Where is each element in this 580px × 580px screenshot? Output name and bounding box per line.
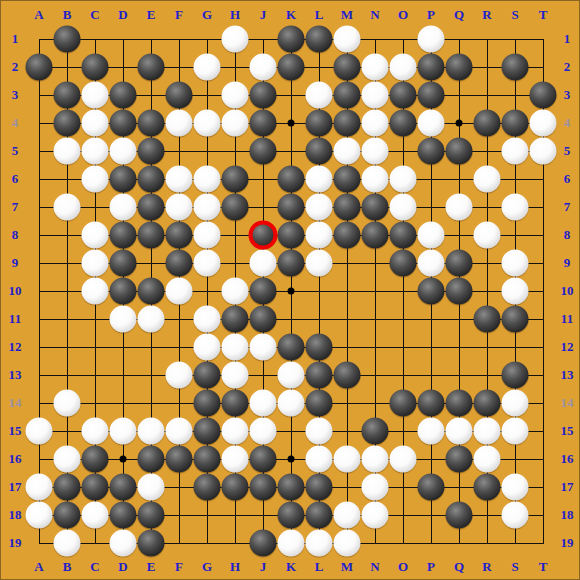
white-stone-G2[interactable] [194, 54, 221, 81]
white-stone-E11[interactable] [138, 306, 165, 333]
col-label-bottom-N: N [370, 559, 379, 575]
white-stone-Q7[interactable] [446, 194, 473, 221]
white-stone-F10[interactable] [166, 278, 193, 305]
black-stone-K18[interactable] [278, 502, 305, 529]
row-label-left-16: 16 [9, 451, 22, 467]
black-stone-C16[interactable] [82, 446, 109, 473]
black-stone-L14[interactable] [306, 390, 333, 417]
white-stone-E15[interactable] [138, 418, 165, 445]
row-label-right-2: 2 [564, 59, 571, 75]
white-stone-G11[interactable] [194, 306, 221, 333]
col-label-top-L: L [315, 7, 324, 23]
row-label-left-7: 7 [12, 199, 19, 215]
col-label-bottom-K: K [286, 559, 296, 575]
star-point-Q4 [456, 120, 463, 127]
col-label-bottom-F: F [175, 559, 183, 575]
white-stone-H3[interactable] [222, 82, 249, 109]
white-stone-H4[interactable] [222, 110, 249, 137]
white-stone-T5[interactable] [530, 138, 557, 165]
black-stone-J3[interactable] [250, 82, 277, 109]
white-stone-C18[interactable] [82, 502, 109, 529]
white-stone-M18[interactable] [334, 502, 361, 529]
white-stone-S15[interactable] [502, 418, 529, 445]
row-label-left-17: 17 [9, 479, 22, 495]
black-stone-M3[interactable] [334, 82, 361, 109]
black-stone-K8[interactable] [278, 222, 305, 249]
white-stone-K14[interactable] [278, 390, 305, 417]
black-stone-J10[interactable] [250, 278, 277, 305]
white-stone-S18[interactable] [502, 502, 529, 529]
col-label-bottom-P: P [427, 559, 435, 575]
black-stone-J16[interactable] [250, 446, 277, 473]
row-label-right-3: 3 [564, 87, 571, 103]
white-stone-D15[interactable] [110, 418, 137, 445]
row-label-left-11: 11 [9, 311, 21, 327]
row-label-left-3: 3 [12, 87, 19, 103]
col-label-top-E: E [147, 7, 156, 23]
black-stone-Q10[interactable] [446, 278, 473, 305]
col-label-top-N: N [370, 7, 379, 23]
black-stone-L1[interactable] [306, 26, 333, 53]
white-stone-N17[interactable] [362, 474, 389, 501]
white-stone-L3[interactable] [306, 82, 333, 109]
row-label-right-15: 15 [561, 423, 574, 439]
white-stone-S10[interactable] [502, 278, 529, 305]
white-stone-R15[interactable] [474, 418, 501, 445]
row-label-right-6: 6 [564, 171, 571, 187]
black-stone-E18[interactable] [138, 502, 165, 529]
row-label-right-12: 12 [561, 339, 574, 355]
white-stone-M1[interactable] [334, 26, 361, 53]
white-stone-N16[interactable] [362, 446, 389, 473]
row-label-right-18: 18 [561, 507, 574, 523]
black-stone-D4[interactable] [110, 110, 137, 137]
white-stone-F15[interactable] [166, 418, 193, 445]
col-label-top-J: J [260, 7, 267, 23]
go-board[interactable]: ABCDEFGHJKLMNOPQRST ABCDEFGHJKLMNOPQRST … [0, 0, 580, 580]
white-stone-R8[interactable] [474, 222, 501, 249]
black-stone-E4[interactable] [138, 110, 165, 137]
black-stone-F9[interactable] [166, 250, 193, 277]
black-stone-G17[interactable] [194, 474, 221, 501]
row-label-left-8: 8 [12, 227, 19, 243]
black-stone-F3[interactable] [166, 82, 193, 109]
row-label-left-13: 13 [9, 367, 22, 383]
black-stone-B18[interactable] [54, 502, 81, 529]
black-stone-D3[interactable] [110, 82, 137, 109]
black-stone-L5[interactable] [306, 138, 333, 165]
black-stone-J17[interactable] [250, 474, 277, 501]
row-label-right-7: 7 [564, 199, 571, 215]
white-stone-N2[interactable] [362, 54, 389, 81]
black-stone-D18[interactable] [110, 502, 137, 529]
black-stone-R14[interactable] [474, 390, 501, 417]
white-stone-L8[interactable] [306, 222, 333, 249]
black-stone-B1[interactable] [54, 26, 81, 53]
white-stone-B16[interactable] [54, 446, 81, 473]
black-stone-S13[interactable] [502, 362, 529, 389]
black-stone-H14[interactable] [222, 390, 249, 417]
white-stone-G6[interactable] [194, 166, 221, 193]
col-label-top-M: M [341, 7, 353, 23]
row-label-left-19: 19 [9, 535, 22, 551]
row-label-left-10: 10 [9, 283, 22, 299]
black-stone-K12[interactable] [278, 334, 305, 361]
black-stone-E7[interactable] [138, 194, 165, 221]
col-label-top-T: T [539, 7, 548, 23]
black-stone-P10[interactable] [418, 278, 445, 305]
black-stone-K1[interactable] [278, 26, 305, 53]
black-stone-L17[interactable] [306, 474, 333, 501]
star-point-D16 [120, 456, 127, 463]
black-stone-O9[interactable] [390, 250, 417, 277]
white-stone-H16[interactable] [222, 446, 249, 473]
row-label-right-11: 11 [561, 311, 573, 327]
white-stone-O6[interactable] [390, 166, 417, 193]
white-stone-R6[interactable] [474, 166, 501, 193]
row-label-right-4: 4 [564, 115, 571, 131]
white-stone-L19[interactable] [306, 530, 333, 557]
black-stone-Q2[interactable] [446, 54, 473, 81]
col-label-bottom-A: A [34, 559, 43, 575]
row-label-left-12: 12 [9, 339, 22, 355]
black-stone-E8[interactable] [138, 222, 165, 249]
black-stone-B3[interactable] [54, 82, 81, 109]
row-label-right-16: 16 [561, 451, 574, 467]
white-stone-C8[interactable] [82, 222, 109, 249]
black-stone-G15[interactable] [194, 418, 221, 445]
row-label-left-6: 6 [12, 171, 19, 187]
black-stone-T3[interactable] [530, 82, 557, 109]
white-stone-N4[interactable] [362, 110, 389, 137]
col-label-bottom-D: D [118, 559, 127, 575]
row-label-left-9: 9 [12, 255, 19, 271]
col-label-bottom-T: T [539, 559, 548, 575]
black-stone-Q5[interactable] [446, 138, 473, 165]
black-stone-Q18[interactable] [446, 502, 473, 529]
black-stone-D6[interactable] [110, 166, 137, 193]
white-stone-J9[interactable] [250, 250, 277, 277]
white-stone-K19[interactable] [278, 530, 305, 557]
col-label-top-R: R [482, 7, 491, 23]
row-label-left-18: 18 [9, 507, 22, 523]
black-stone-N7[interactable] [362, 194, 389, 221]
last-move-marker-J8 [249, 221, 278, 250]
white-stone-P15[interactable] [418, 418, 445, 445]
black-stone-L13[interactable] [306, 362, 333, 389]
black-stone-J19[interactable] [250, 530, 277, 557]
col-label-top-K: K [286, 7, 296, 23]
col-label-top-P: P [427, 7, 435, 23]
black-stone-P14[interactable] [418, 390, 445, 417]
black-stone-J5[interactable] [250, 138, 277, 165]
black-stone-L12[interactable] [306, 334, 333, 361]
row-label-left-4: 4 [12, 115, 19, 131]
white-stone-F6[interactable] [166, 166, 193, 193]
black-stone-F16[interactable] [166, 446, 193, 473]
black-stone-M6[interactable] [334, 166, 361, 193]
white-stone-C5[interactable] [82, 138, 109, 165]
col-label-bottom-G: G [202, 559, 212, 575]
col-label-bottom-Q: Q [454, 559, 464, 575]
white-stone-D5[interactable] [110, 138, 137, 165]
white-stone-J12[interactable] [250, 334, 277, 361]
black-stone-E2[interactable] [138, 54, 165, 81]
white-stone-O2[interactable] [390, 54, 417, 81]
white-stone-P9[interactable] [418, 250, 445, 277]
white-stone-B19[interactable] [54, 530, 81, 557]
white-stone-B14[interactable] [54, 390, 81, 417]
white-stone-B5[interactable] [54, 138, 81, 165]
row-label-right-8: 8 [564, 227, 571, 243]
col-label-bottom-M: M [341, 559, 353, 575]
row-label-left-5: 5 [12, 143, 19, 159]
black-stone-M8[interactable] [334, 222, 361, 249]
black-stone-S4[interactable] [502, 110, 529, 137]
white-stone-A15[interactable] [26, 418, 53, 445]
black-stone-R17[interactable] [474, 474, 501, 501]
black-stone-L18[interactable] [306, 502, 333, 529]
col-label-top-B: B [63, 7, 72, 23]
black-stone-D17[interactable] [110, 474, 137, 501]
black-stone-H11[interactable] [222, 306, 249, 333]
white-stone-B7[interactable] [54, 194, 81, 221]
col-label-top-C: C [90, 7, 99, 23]
black-stone-M7[interactable] [334, 194, 361, 221]
white-stone-D11[interactable] [110, 306, 137, 333]
white-stone-C6[interactable] [82, 166, 109, 193]
white-stone-P4[interactable] [418, 110, 445, 137]
col-label-bottom-B: B [63, 559, 72, 575]
black-stone-P2[interactable] [418, 54, 445, 81]
col-label-top-S: S [511, 7, 518, 23]
black-stone-P5[interactable] [418, 138, 445, 165]
row-label-right-5: 5 [564, 143, 571, 159]
row-label-right-19: 19 [561, 535, 574, 551]
white-stone-O16[interactable] [390, 446, 417, 473]
black-stone-O4[interactable] [390, 110, 417, 137]
black-stone-L4[interactable] [306, 110, 333, 137]
white-stone-J15[interactable] [250, 418, 277, 445]
row-label-right-13: 13 [561, 367, 574, 383]
black-stone-O14[interactable] [390, 390, 417, 417]
black-stone-N15[interactable] [362, 418, 389, 445]
black-stone-R11[interactable] [474, 306, 501, 333]
row-label-left-15: 15 [9, 423, 22, 439]
col-label-bottom-O: O [398, 559, 408, 575]
row-label-right-9: 9 [564, 255, 571, 271]
black-stone-H17[interactable] [222, 474, 249, 501]
row-label-right-14: 14 [561, 395, 574, 411]
col-label-top-O: O [398, 7, 408, 23]
white-stone-F7[interactable] [166, 194, 193, 221]
white-stone-G12[interactable] [194, 334, 221, 361]
black-stone-Q16[interactable] [446, 446, 473, 473]
white-stone-R16[interactable] [474, 446, 501, 473]
white-stone-H13[interactable] [222, 362, 249, 389]
col-label-bottom-C: C [90, 559, 99, 575]
white-stone-S9[interactable] [502, 250, 529, 277]
black-stone-S2[interactable] [502, 54, 529, 81]
row-label-right-1: 1 [564, 31, 571, 47]
white-stone-C15[interactable] [82, 418, 109, 445]
black-stone-P17[interactable] [418, 474, 445, 501]
row-label-left-14: 14 [9, 395, 22, 411]
black-stone-H7[interactable] [222, 194, 249, 221]
white-stone-S14[interactable] [502, 390, 529, 417]
black-stone-N8[interactable] [362, 222, 389, 249]
black-stone-E5[interactable] [138, 138, 165, 165]
black-stone-E10[interactable] [138, 278, 165, 305]
black-stone-K9[interactable] [278, 250, 305, 277]
white-stone-M19[interactable] [334, 530, 361, 557]
black-stone-J4[interactable] [250, 110, 277, 137]
black-stone-P3[interactable] [418, 82, 445, 109]
star-point-K10 [288, 288, 295, 295]
black-stone-O3[interactable] [390, 82, 417, 109]
white-stone-S7[interactable] [502, 194, 529, 221]
white-stone-E17[interactable] [138, 474, 165, 501]
col-label-bottom-S: S [511, 559, 518, 575]
white-stone-G9[interactable] [194, 250, 221, 277]
black-stone-Q9[interactable] [446, 250, 473, 277]
white-stone-A18[interactable] [26, 502, 53, 529]
white-stone-L16[interactable] [306, 446, 333, 473]
black-stone-M13[interactable] [334, 362, 361, 389]
black-stone-S11[interactable] [502, 306, 529, 333]
black-stone-F8[interactable] [166, 222, 193, 249]
row-label-right-10: 10 [561, 283, 574, 299]
white-stone-S17[interactable] [502, 474, 529, 501]
white-stone-L7[interactable] [306, 194, 333, 221]
black-stone-E6[interactable] [138, 166, 165, 193]
black-stone-G16[interactable] [194, 446, 221, 473]
white-stone-P8[interactable] [418, 222, 445, 249]
col-label-top-D: D [118, 7, 127, 23]
white-stone-N3[interactable] [362, 82, 389, 109]
row-label-left-2: 2 [12, 59, 19, 75]
black-stone-K17[interactable] [278, 474, 305, 501]
white-stone-L6[interactable] [306, 166, 333, 193]
white-stone-H10[interactable] [222, 278, 249, 305]
col-label-top-H: H [230, 7, 240, 23]
white-stone-N18[interactable] [362, 502, 389, 529]
black-stone-Q14[interactable] [446, 390, 473, 417]
white-stone-N5[interactable] [362, 138, 389, 165]
white-stone-H1[interactable] [222, 26, 249, 53]
white-stone-M5[interactable] [334, 138, 361, 165]
white-stone-J14[interactable] [250, 390, 277, 417]
col-label-bottom-R: R [482, 559, 491, 575]
black-stone-M4[interactable] [334, 110, 361, 137]
white-stone-D19[interactable] [110, 530, 137, 557]
white-stone-N6[interactable] [362, 166, 389, 193]
black-stone-K7[interactable] [278, 194, 305, 221]
col-label-bottom-H: H [230, 559, 240, 575]
black-stone-B4[interactable] [54, 110, 81, 137]
black-stone-C2[interactable] [82, 54, 109, 81]
white-stone-M16[interactable] [334, 446, 361, 473]
white-stone-D7[interactable] [110, 194, 137, 221]
white-stone-F4[interactable] [166, 110, 193, 137]
black-stone-G14[interactable] [194, 390, 221, 417]
black-stone-K2[interactable] [278, 54, 305, 81]
white-stone-K13[interactable] [278, 362, 305, 389]
white-stone-O7[interactable] [390, 194, 417, 221]
white-stone-H12[interactable] [222, 334, 249, 361]
col-label-top-F: F [175, 7, 183, 23]
black-stone-M2[interactable] [334, 54, 361, 81]
white-stone-F13[interactable] [166, 362, 193, 389]
black-stone-H6[interactable] [222, 166, 249, 193]
col-label-bottom-L: L [315, 559, 324, 575]
white-stone-C9[interactable] [82, 250, 109, 277]
white-stone-C10[interactable] [82, 278, 109, 305]
black-stone-B17[interactable] [54, 474, 81, 501]
row-label-right-17: 17 [561, 479, 574, 495]
col-label-bottom-J: J [260, 559, 267, 575]
col-label-bottom-E: E [147, 559, 156, 575]
white-stone-J2[interactable] [250, 54, 277, 81]
white-stone-G7[interactable] [194, 194, 221, 221]
black-stone-R4[interactable] [474, 110, 501, 137]
white-stone-S5[interactable] [502, 138, 529, 165]
white-stone-A17[interactable] [26, 474, 53, 501]
white-stone-P1[interactable] [418, 26, 445, 53]
black-stone-D10[interactable] [110, 278, 137, 305]
black-stone-C17[interactable] [82, 474, 109, 501]
row-label-left-1: 1 [12, 31, 19, 47]
black-stone-D9[interactable] [110, 250, 137, 277]
white-stone-H15[interactable] [222, 418, 249, 445]
black-stone-J11[interactable] [250, 306, 277, 333]
col-label-top-A: A [34, 7, 43, 23]
white-stone-G8[interactable] [194, 222, 221, 249]
black-stone-O8[interactable] [390, 222, 417, 249]
black-stone-E16[interactable] [138, 446, 165, 473]
star-point-K16 [288, 456, 295, 463]
white-stone-C4[interactable] [82, 110, 109, 137]
white-stone-Q15[interactable] [446, 418, 473, 445]
white-stone-C3[interactable] [82, 82, 109, 109]
white-stone-T4[interactable] [530, 110, 557, 137]
white-stone-L15[interactable] [306, 418, 333, 445]
col-label-top-G: G [202, 7, 212, 23]
black-stone-D8[interactable] [110, 222, 137, 249]
star-point-K4 [288, 120, 295, 127]
white-stone-G4[interactable] [194, 110, 221, 137]
white-stone-L9[interactable] [306, 250, 333, 277]
black-stone-A2[interactable] [26, 54, 53, 81]
black-stone-K6[interactable] [278, 166, 305, 193]
black-stone-E19[interactable] [138, 530, 165, 557]
col-label-top-Q: Q [454, 7, 464, 23]
black-stone-G13[interactable] [194, 362, 221, 389]
